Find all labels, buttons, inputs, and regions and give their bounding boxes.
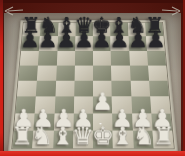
white-rook[interactable]: ♜ [148,123,178,148]
sparkle-glint-icon [99,121,102,124]
corner-flourish-icon [4,5,24,17]
square-f5[interactable] [111,65,130,80]
square-c5[interactable] [55,65,74,80]
square-a4[interactable] [17,81,37,97]
square-e5[interactable] [93,65,112,80]
square-d6[interactable] [74,51,92,66]
square-h7[interactable]: ♟ [145,36,164,50]
black-pawn[interactable]: ♟ [142,28,169,50]
corner-flourish-icon [161,5,181,17]
frame-edge-left [0,0,3,156]
square-a6[interactable] [19,51,38,66]
square-h1[interactable]: ♜ [152,130,173,148]
board-scene: ♜♞♝♛♚♝♞♜♟♟♟♟♟♟♟♟♟♟♟♟♟♟♟♟♜♞♝♛♚♝♞♜ [0,0,185,156]
square-d5[interactable] [74,65,93,80]
square-c6[interactable] [56,51,75,66]
square-b5[interactable] [37,65,56,80]
frame-edge-top [0,0,185,3]
square-g6[interactable] [128,51,147,66]
frame-edge-right [183,0,185,156]
chess-board: ♜♞♝♛♚♝♞♜♟♟♟♟♟♟♟♟♟♟♟♟♟♟♟♟♜♞♝♛♚♝♞♜ [8,20,178,152]
square-g4[interactable] [130,81,150,97]
square-a5[interactable] [18,65,38,80]
game-window: ♜♞♝♛♚♝♞♜♟♟♟♟♟♟♟♟♟♟♟♟♟♟♟♟♜♞♝♛♚♝♞♜ [0,0,185,156]
square-h4[interactable] [148,81,168,97]
square-g5[interactable] [129,65,148,80]
frame-edge-bottom [0,151,185,156]
square-b6[interactable] [38,51,57,66]
square-h5[interactable] [147,65,167,80]
square-b4[interactable] [36,81,56,97]
square-f6[interactable] [110,51,129,66]
square-c4[interactable] [55,81,74,97]
chess-board-grid: ♜♞♝♛♚♝♞♜♟♟♟♟♟♟♟♟♟♟♟♟♟♟♟♟♜♞♝♛♚♝♞♜ [12,23,173,149]
square-e6[interactable] [93,51,111,66]
square-h6[interactable] [146,51,165,66]
